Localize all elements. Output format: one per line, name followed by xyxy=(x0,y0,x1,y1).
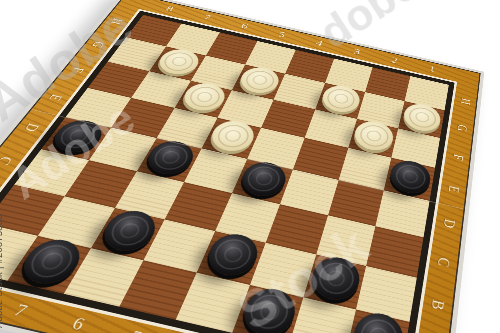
row-label-F: F xyxy=(445,140,470,175)
checkers-board: 87654321 87654321 HGFEDCBA HGFEDCBA xyxy=(0,0,484,333)
board-wood-border: 87654321 87654321 HGFEDCBA HGFEDCBA xyxy=(0,0,481,333)
row-label-D: D xyxy=(434,203,462,245)
stock-photo-checkers-scene: 87654321 87654321 HGFEDCBA HGFEDCBA Adob… xyxy=(0,0,500,333)
row-label-E: E xyxy=(440,170,467,208)
watermark-id-label: Adobe Stock | #20675303 xyxy=(0,214,4,328)
row-label-B: B xyxy=(422,280,454,331)
row-label-C: C xyxy=(428,240,458,286)
